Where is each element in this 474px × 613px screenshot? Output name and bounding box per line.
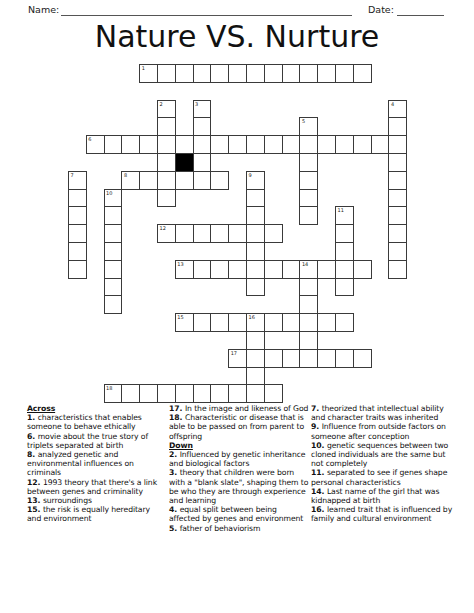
crossword-cell[interactable]: [299, 278, 318, 297]
crossword-cell[interactable]: 18: [104, 384, 123, 403]
crossword-cell[interactable]: [157, 64, 176, 83]
crossword-cell[interactable]: [388, 224, 407, 243]
crossword-cell[interactable]: [335, 135, 354, 154]
crossword-cell[interactable]: [282, 313, 301, 332]
crossword-cell[interactable]: [246, 135, 265, 154]
crossword-cell[interactable]: [228, 224, 247, 243]
crossword-cell[interactable]: [282, 64, 301, 83]
crossword-cell[interactable]: [388, 171, 407, 190]
crossword-cell[interactable]: [335, 224, 354, 243]
crossword-cell[interactable]: [317, 135, 336, 154]
crossword-cell[interactable]: 12: [157, 224, 176, 243]
crossword-cell[interactable]: [264, 64, 283, 83]
across-clue-8: 8. analyzed genetic and environmental in…: [27, 450, 163, 478]
across-clue-18: 18. Characteristic or disease that is ab…: [169, 413, 309, 441]
crossword-cell[interactable]: [104, 224, 123, 243]
crossword-cell[interactable]: [175, 171, 194, 190]
clue-number-4: 4: [391, 101, 394, 107]
crossword-cell[interactable]: [139, 135, 158, 154]
crossword-grid: 123456789101112131415161718: [68, 64, 407, 403]
name-blank-line[interactable]: [61, 4, 352, 16]
crossword-cell[interactable]: [264, 224, 283, 243]
crossword-cell[interactable]: [299, 331, 318, 350]
crossword-cell[interactable]: [246, 206, 265, 225]
clue-column-3: 7. theorized that intellectual ability a…: [311, 404, 459, 524]
crossword-cell[interactable]: [388, 117, 407, 136]
crossword-cell[interactable]: [68, 189, 87, 208]
crossword-cell[interactable]: [104, 278, 123, 297]
clue-number-14: 14: [302, 261, 308, 267]
down-clue-9: 9. Influence from outside factors on som…: [311, 422, 459, 440]
crossword-cell[interactable]: [353, 260, 372, 279]
crossword-cell[interactable]: [193, 153, 212, 172]
crossword-cell[interactable]: 15: [175, 313, 194, 332]
crossword-cell[interactable]: [228, 313, 247, 332]
crossword-cell[interactable]: [335, 242, 354, 261]
name-label: Name:: [28, 4, 59, 15]
crossword-cell[interactable]: [353, 135, 372, 154]
clue-number-2: 2: [160, 101, 163, 107]
clue-number-11: 11: [338, 207, 344, 213]
down-clue-10: 10. genetic sequences between two cloned…: [311, 441, 459, 469]
down-clue-11: 11. separated to see if genes shape pers…: [311, 468, 459, 486]
crossword-cell[interactable]: 7: [68, 171, 87, 190]
crossword-cell[interactable]: [299, 135, 318, 154]
down-clue-16: 16. learned trait that is influenced by …: [311, 505, 459, 523]
crossword-cell[interactable]: [68, 224, 87, 243]
crossword-cell[interactable]: [104, 135, 123, 154]
page-title: Nature VS. Nurture: [0, 19, 474, 54]
crossword-cell[interactable]: [246, 331, 265, 350]
crossword-cell[interactable]: [246, 278, 265, 297]
across-header: Across: [27, 404, 163, 413]
across-clue-13: 13. surroundings: [27, 496, 163, 505]
crossword-cell[interactable]: [264, 135, 283, 154]
clue-number-7: 7: [71, 172, 74, 178]
down-header: Down: [169, 441, 309, 450]
crossword-cell[interactable]: [388, 206, 407, 225]
across-clue-17: 17. In the image and likeness of God: [169, 404, 309, 413]
clue-number-15: 15: [177, 314, 183, 320]
across-clue-12: 12. 1993 theory that there's a link betw…: [27, 478, 163, 496]
crossword-cell[interactable]: [68, 206, 87, 225]
clue-number-6: 6: [88, 136, 91, 142]
across-clue-1: 1. characteristics that enables someone …: [27, 413, 163, 431]
crossword-cell[interactable]: [388, 189, 407, 208]
crossword-cell[interactable]: [371, 135, 390, 154]
crossword-cell[interactable]: [317, 260, 336, 279]
crossword-cell[interactable]: [264, 349, 283, 368]
crossword-cell[interactable]: [68, 242, 87, 261]
crossword-cell[interactable]: [175, 384, 194, 403]
crossword-cell[interactable]: 14: [299, 260, 318, 279]
crossword-cell[interactable]: [299, 171, 318, 190]
crossword-cell[interactable]: [175, 64, 194, 83]
crossword-cell[interactable]: [104, 206, 123, 225]
crossword-cell[interactable]: [210, 224, 229, 243]
crossword-cell[interactable]: [299, 206, 318, 225]
crossword-cell[interactable]: 8: [121, 171, 140, 190]
down-clue-5: 5. father of behaviorism: [169, 524, 309, 533]
crossword-cell[interactable]: [193, 384, 212, 403]
crossword-cell[interactable]: [246, 384, 265, 403]
crossword-cell[interactable]: [282, 135, 301, 154]
crossword-cell[interactable]: [157, 117, 176, 136]
crossword-cell[interactable]: [317, 349, 336, 368]
crossword-cell[interactable]: [210, 171, 229, 190]
crossword-cell[interactable]: [335, 260, 354, 279]
crossword-cell[interactable]: [246, 224, 265, 243]
crossword-cell[interactable]: [246, 242, 265, 261]
clue-column-1: Across1. characteristics that enables so…: [27, 404, 163, 524]
crossword-cell[interactable]: [299, 295, 318, 314]
crossword-cell[interactable]: [246, 189, 265, 208]
crossword-cell[interactable]: [228, 384, 247, 403]
clue-number-1: 1: [142, 65, 145, 71]
crossword-cell[interactable]: [353, 64, 372, 83]
across-clue-6: 6. movie about the true story of triplet…: [27, 432, 163, 450]
crossword-cell[interactable]: 1: [139, 64, 158, 83]
crossword-cell[interactable]: [157, 171, 176, 190]
crossword-cell[interactable]: [317, 64, 336, 83]
clue-number-13: 13: [177, 261, 183, 267]
crossword-cell[interactable]: [228, 135, 247, 154]
clue-number-12: 12: [160, 225, 166, 231]
crossword-cell[interactable]: [335, 313, 354, 332]
crossword-cell[interactable]: [282, 260, 301, 279]
date-blank-line[interactable]: [397, 4, 444, 16]
across-clue-15: 15. the risk is equally hereditary and e…: [27, 505, 163, 523]
crossword-cell[interactable]: [157, 189, 176, 208]
clue-number-9: 9: [249, 172, 252, 178]
clue-number-3: 3: [195, 101, 198, 107]
crossword-cell[interactable]: [282, 349, 301, 368]
crossword-cell[interactable]: [317, 313, 336, 332]
crossword-worksheet: Name: Date: Nature VS. Nurture 123456789…: [0, 0, 474, 613]
crossword-cell[interactable]: [157, 135, 176, 154]
crossword-cell[interactable]: [193, 171, 212, 190]
clue-number-10: 10: [106, 190, 112, 196]
crossword-cell[interactable]: [228, 260, 247, 279]
date-label: Date:: [368, 4, 394, 15]
down-clue-4: 4. equal split between being affected by…: [169, 505, 309, 523]
crossword-cell[interactable]: 10: [104, 189, 123, 208]
crossword-cell[interactable]: [175, 135, 194, 154]
crossword-cell[interactable]: [264, 384, 283, 403]
crossword-cell[interactable]: [335, 64, 354, 83]
crossword-cell[interactable]: 2: [157, 100, 176, 119]
crossword-cell[interactable]: [335, 349, 354, 368]
crossword-cell[interactable]: [264, 260, 283, 279]
crossword-cell[interactable]: [68, 260, 87, 279]
crossword-cell[interactable]: [210, 260, 229, 279]
crossword-cell[interactable]: [104, 260, 123, 279]
crossword-cell[interactable]: [175, 224, 194, 243]
crossword-cell[interactable]: [139, 171, 158, 190]
crossword-cell[interactable]: [193, 260, 212, 279]
crossword-cell[interactable]: [299, 153, 318, 172]
crossword-cell[interactable]: [388, 153, 407, 172]
crossword-cell[interactable]: [264, 313, 283, 332]
down-clue-14: 14. Last name of the girl that was kidna…: [311, 487, 459, 505]
crossword-cell[interactable]: 11: [335, 206, 354, 225]
crossword-cell[interactable]: [335, 278, 354, 297]
crossword-cell[interactable]: 13: [175, 260, 194, 279]
down-clue-2: 2. Influenced by genetic inheritance and…: [169, 450, 309, 468]
clue-number-8: 8: [124, 172, 127, 178]
down-clue-3: 3. theory that children were born with a…: [169, 468, 309, 505]
crossword-cell[interactable]: 3: [193, 100, 212, 119]
crossword-cell[interactable]: [193, 135, 212, 154]
clue-number-17: 17: [231, 350, 237, 356]
clue-number-18: 18: [106, 385, 112, 391]
clue-column-2: 17. In the image and likeness of God18. …: [169, 404, 309, 533]
crossword-cell[interactable]: [121, 384, 140, 403]
black-cell: [175, 153, 194, 172]
crossword-cell[interactable]: [388, 242, 407, 261]
crossword-cell[interactable]: [193, 64, 212, 83]
crossword-cell[interactable]: [388, 135, 407, 154]
crossword-cell[interactable]: [246, 367, 265, 386]
crossword-cell[interactable]: 17: [228, 349, 247, 368]
crossword-cell[interactable]: [388, 260, 407, 279]
crossword-cell[interactable]: 6: [86, 135, 105, 154]
crossword-cell[interactable]: [104, 295, 123, 314]
crossword-cell[interactable]: 4: [388, 100, 407, 119]
crossword-cell[interactable]: [210, 64, 229, 83]
crossword-cell[interactable]: [121, 135, 140, 154]
crossword-cell[interactable]: [210, 313, 229, 332]
crossword-cell[interactable]: [299, 64, 318, 83]
crossword-cell[interactable]: [210, 135, 229, 154]
crossword-cell[interactable]: [157, 153, 176, 172]
clue-number-16: 16: [249, 314, 255, 320]
crossword-cell[interactable]: 9: [246, 171, 265, 190]
crossword-cell[interactable]: 5: [299, 117, 318, 136]
down-clue-7: 7. theorized that intellectual ability a…: [311, 404, 459, 422]
crossword-cell[interactable]: [246, 260, 265, 279]
crossword-cell[interactable]: [299, 313, 318, 332]
crossword-cell[interactable]: [193, 224, 212, 243]
crossword-cell[interactable]: 16: [246, 313, 265, 332]
crossword-cell[interactable]: [228, 64, 247, 83]
crossword-cell[interactable]: [299, 189, 318, 208]
crossword-cell[interactable]: [157, 384, 176, 403]
crossword-cell[interactable]: [104, 242, 123, 261]
clue-number-5: 5: [302, 118, 305, 124]
crossword-cell[interactable]: [353, 349, 372, 368]
crossword-cell[interactable]: [246, 64, 265, 83]
crossword-cell[interactable]: [139, 384, 158, 403]
crossword-cell[interactable]: [193, 313, 212, 332]
crossword-cell[interactable]: [210, 384, 229, 403]
crossword-cell[interactable]: [193, 117, 212, 136]
crossword-cell[interactable]: [299, 349, 318, 368]
crossword-cell[interactable]: [246, 349, 265, 368]
